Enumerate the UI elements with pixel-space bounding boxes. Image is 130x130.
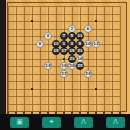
white-stone: 8 (36, 40, 44, 48)
board-icon: ▣ (16, 119, 23, 126)
grid-line-horizontal (8, 14, 120, 15)
grid-line-horizontal (8, 81, 120, 82)
white-stone: 12 (92, 40, 100, 48)
toolbar-button-3[interactable]: Λ (74, 117, 93, 128)
white-stone: 18 (60, 62, 68, 70)
white-stone: 22 (60, 70, 68, 78)
white-stone: 10 (84, 40, 92, 48)
grid-line-horizontal (8, 89, 120, 90)
left-bezel (0, 0, 6, 114)
star-point (63, 58, 65, 60)
grid-line-horizontal (8, 104, 120, 105)
black-stone: 23 (68, 55, 76, 63)
star-point (31, 88, 33, 90)
black-stone: 19 (68, 47, 76, 55)
black-stone: 15 (52, 47, 60, 55)
grid-line-horizontal (8, 96, 120, 97)
black-stone: 17 (60, 47, 68, 55)
bottom-toolbar: ▣ ✦ Λ Λ (0, 114, 130, 130)
grid-line-horizontal (8, 21, 120, 22)
toolbar-button-1[interactable]: ▣ (10, 117, 29, 128)
grid-line-horizontal (8, 29, 120, 30)
toolbar-button-2[interactable]: ✦ (42, 117, 61, 128)
black-stone: 25 (76, 62, 84, 70)
star-point (95, 88, 97, 90)
white-stone: 4 (44, 32, 52, 40)
white-stone: 6 (84, 25, 92, 33)
star-point (31, 20, 33, 22)
game-board[interactable]: 1234567891011121314151617181920212223242… (6, 0, 130, 114)
white-stone: 24 (84, 70, 92, 78)
white-stone: 20 (68, 62, 76, 70)
person-icon: Λ (113, 119, 118, 126)
sparkle-icon: ✦ (49, 119, 55, 126)
white-stone: 14 (44, 62, 52, 70)
app-screen: 1234567891011121314151617181920212223242… (0, 0, 130, 130)
black-stone: 11 (76, 32, 84, 40)
star-point (95, 20, 97, 22)
black-stone: 5 (68, 32, 76, 40)
person-icon: Λ (81, 119, 86, 126)
black-stone: 7 (60, 32, 68, 40)
black-stone: 21 (76, 47, 84, 55)
toolbar-button-4[interactable]: Λ (106, 117, 125, 128)
grid-line-horizontal (8, 6, 120, 7)
grid-line-vertical (120, 6, 121, 111)
